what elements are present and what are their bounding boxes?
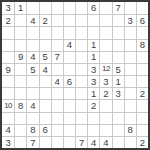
- cell-r11c11: 8: [124, 124, 136, 136]
- cell-r12c12: 2: [136, 136, 148, 148]
- cell-r2c12: 6: [136, 14, 148, 26]
- cell-r11c2[interactable]: [14, 124, 26, 136]
- cell-r8c1[interactable]: [2, 87, 14, 99]
- cell-r1c1: 3: [2, 2, 14, 14]
- cell-r8c4[interactable]: [39, 87, 51, 99]
- cell-r8c6[interactable]: [63, 87, 75, 99]
- cell-r6c10: 5: [112, 63, 124, 75]
- cell-r12c7: 7: [75, 136, 87, 148]
- cell-r10c3[interactable]: [26, 112, 38, 124]
- cell-r1c3[interactable]: [26, 2, 38, 14]
- cell-r8c11[interactable]: [124, 87, 136, 99]
- cell-r3c6[interactable]: [63, 26, 75, 38]
- cell-r10c6[interactable]: [63, 112, 75, 124]
- cell-r11c3: 8: [26, 124, 38, 136]
- cell-r3c10[interactable]: [112, 26, 124, 38]
- cell-r8c10: 3: [112, 87, 124, 99]
- cell-r3c3[interactable]: [26, 26, 38, 38]
- cell-r2c7[interactable]: [75, 14, 87, 26]
- cell-r12c3: 7: [26, 136, 38, 148]
- cell-r5c6[interactable]: [63, 51, 75, 63]
- cell-r3c7[interactable]: [75, 26, 87, 38]
- sudoku-thumbnail: 3167242364189457195431254633112321084248…: [0, 0, 150, 150]
- cell-r7c12[interactable]: [136, 75, 148, 87]
- cell-r11c4: 6: [39, 124, 51, 136]
- cell-r8c5[interactable]: [51, 87, 63, 99]
- cell-r7c9: 3: [99, 75, 111, 87]
- cell-r11c8[interactable]: [87, 124, 99, 136]
- cell-r12c9: 4: [99, 136, 111, 148]
- cell-r6c8: 3: [87, 63, 99, 75]
- cell-r2c5[interactable]: [51, 14, 63, 26]
- cell-r1c5[interactable]: [51, 2, 63, 14]
- cell-r5c11[interactable]: [124, 51, 136, 63]
- cell-r8c12: 2: [136, 87, 148, 99]
- cell-r11c6[interactable]: [63, 124, 75, 136]
- cell-r7c5: 4: [51, 75, 63, 87]
- cell-r5c5: 7: [51, 51, 63, 63]
- cell-r4c1[interactable]: [2, 39, 14, 51]
- cell-r4c10[interactable]: [112, 39, 124, 51]
- cell-r5c10[interactable]: [112, 51, 124, 63]
- cell-r6c12[interactable]: [136, 63, 148, 75]
- cell-r5c7[interactable]: [75, 51, 87, 63]
- cell-r7c3[interactable]: [26, 75, 38, 87]
- cell-r10c4[interactable]: [39, 112, 51, 124]
- cell-r10c8[interactable]: [87, 112, 99, 124]
- cell-r1c7[interactable]: [75, 2, 87, 14]
- cell-r9c6[interactable]: [63, 99, 75, 111]
- cell-r4c12: 8: [136, 39, 148, 51]
- cell-r6c11[interactable]: [124, 63, 136, 75]
- cell-r1c2: 1: [14, 2, 26, 14]
- cell-r8c9: 2: [99, 87, 111, 99]
- cell-r1c4[interactable]: [39, 2, 51, 14]
- cell-r10c10[interactable]: [112, 112, 124, 124]
- cell-r6c4: 4: [39, 63, 51, 75]
- cell-r9c4[interactable]: [39, 99, 51, 111]
- cell-r1c8: 6: [87, 2, 99, 14]
- cell-r2c11: 3: [124, 14, 136, 26]
- cell-r4c11[interactable]: [124, 39, 136, 51]
- cell-r10c7[interactable]: [75, 112, 87, 124]
- cell-r9c3: 4: [26, 99, 38, 111]
- cell-r10c2[interactable]: [14, 112, 26, 124]
- cell-r2c10[interactable]: [112, 14, 124, 26]
- cell-r2c4: 2: [39, 14, 51, 26]
- cell-r2c1: 2: [2, 14, 14, 26]
- cell-r8c3[interactable]: [26, 87, 38, 99]
- cell-r11c7[interactable]: [75, 124, 87, 136]
- cell-r12c6[interactable]: [63, 136, 75, 148]
- cell-r8c2[interactable]: [14, 87, 26, 99]
- cell-r7c10: 1: [112, 75, 124, 87]
- cell-r8c8: 1: [87, 87, 99, 99]
- cell-r9c1: 10: [2, 99, 14, 111]
- cell-r3c1[interactable]: [2, 26, 14, 38]
- cell-r10c11[interactable]: [124, 112, 136, 124]
- cell-r10c12[interactable]: [136, 112, 148, 124]
- cell-r7c1[interactable]: [2, 75, 14, 87]
- cell-r10c5[interactable]: [51, 112, 63, 124]
- cell-r6c2[interactable]: [14, 63, 26, 75]
- cell-r3c11[interactable]: [124, 26, 136, 38]
- sudoku-board: 3167242364189457195431254633112321084248…: [0, 0, 150, 150]
- cell-r9c10[interactable]: [112, 99, 124, 111]
- cell-r6c1: 9: [2, 63, 14, 75]
- cell-r6c6[interactable]: [63, 63, 75, 75]
- cell-r3c8[interactable]: [87, 26, 99, 38]
- cell-r5c1[interactable]: [2, 51, 14, 63]
- cell-r7c8: 3: [87, 75, 99, 87]
- cell-r6c9: 12: [99, 63, 111, 75]
- cell-r6c5[interactable]: [51, 63, 63, 75]
- cell-r7c11[interactable]: [124, 75, 136, 87]
- cell-r12c11[interactable]: [124, 136, 136, 148]
- cell-r2c2[interactable]: [14, 14, 26, 26]
- cell-r5c4: 5: [39, 51, 51, 63]
- cell-r9c5[interactable]: [51, 99, 63, 111]
- cell-r5c2: 9: [14, 51, 26, 63]
- cell-r7c7[interactable]: [75, 75, 87, 87]
- cell-r12c8: 4: [87, 136, 99, 148]
- cell-r11c12[interactable]: [136, 124, 148, 136]
- cell-r12c1: 3: [2, 136, 14, 148]
- cell-r12c10[interactable]: [112, 136, 124, 148]
- cell-r7c4[interactable]: [39, 75, 51, 87]
- cell-r4c3[interactable]: [26, 39, 38, 51]
- cell-r12c5[interactable]: [51, 136, 63, 148]
- cell-r8c7[interactable]: [75, 87, 87, 99]
- cell-r1c11[interactable]: [124, 2, 136, 14]
- cell-r4c5[interactable]: [51, 39, 63, 51]
- cell-r5c3: 4: [26, 51, 38, 63]
- cell-r4c8: 1: [87, 39, 99, 51]
- cell-r9c8: 2: [87, 99, 99, 111]
- cell-r2c8[interactable]: [87, 14, 99, 26]
- cell-r9c12[interactable]: [136, 99, 148, 111]
- cell-r4c4[interactable]: [39, 39, 51, 51]
- cell-r3c5[interactable]: [51, 26, 63, 38]
- cell-r10c1[interactable]: [2, 112, 14, 124]
- cell-r3c4[interactable]: [39, 26, 51, 38]
- cell-r7c6: 6: [63, 75, 75, 87]
- cell-r9c2: 8: [14, 99, 26, 111]
- cell-r4c9[interactable]: [99, 39, 111, 51]
- cell-r5c9[interactable]: [99, 51, 111, 63]
- cell-r4c2[interactable]: [14, 39, 26, 51]
- cell-r1c6[interactable]: [63, 2, 75, 14]
- cell-r7c2[interactable]: [14, 75, 26, 87]
- cell-r1c10: 7: [112, 2, 124, 14]
- cell-r2c9[interactable]: [99, 14, 111, 26]
- cell-r9c9[interactable]: [99, 99, 111, 111]
- cell-r12c4[interactable]: [39, 136, 51, 148]
- cell-r4c7[interactable]: [75, 39, 87, 51]
- cell-r6c3: 5: [26, 63, 38, 75]
- cell-r2c6[interactable]: [63, 14, 75, 26]
- cell-r1c9[interactable]: [99, 2, 111, 14]
- cell-r11c10[interactable]: [112, 124, 124, 136]
- cell-r3c12[interactable]: [136, 26, 148, 38]
- cell-r5c8: 1: [87, 51, 99, 63]
- cell-r12c2[interactable]: [14, 136, 26, 148]
- cell-r10c9[interactable]: [99, 112, 111, 124]
- cell-r11c1: 4: [2, 124, 14, 136]
- cell-r11c5[interactable]: [51, 124, 63, 136]
- cell-r9c11[interactable]: [124, 99, 136, 111]
- cell-r3c2[interactable]: [14, 26, 26, 38]
- cell-r2c3: 4: [26, 14, 38, 26]
- cell-r5c12[interactable]: [136, 51, 148, 63]
- cell-r3c9[interactable]: [99, 26, 111, 38]
- cell-r9c7[interactable]: [75, 99, 87, 111]
- cell-r4c6: 4: [63, 39, 75, 51]
- cell-r11c9[interactable]: [99, 124, 111, 136]
- cell-r1c12[interactable]: [136, 2, 148, 14]
- cell-r6c7[interactable]: [75, 63, 87, 75]
